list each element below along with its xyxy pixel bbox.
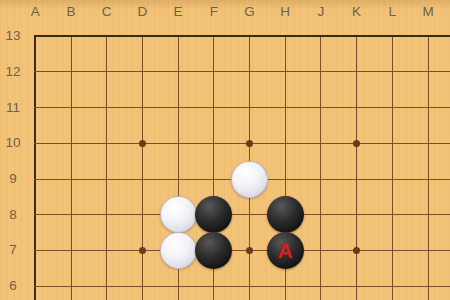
- column-label-M: M: [415, 3, 441, 21]
- column-label-D: D: [129, 3, 155, 21]
- stone-black-F8[interactable]: [195, 196, 232, 233]
- grid-line-col-A: [34, 35, 36, 300]
- column-label-J: J: [308, 3, 334, 21]
- grid-line-row-10: [34, 143, 450, 144]
- row-label-8: 8: [0, 206, 26, 224]
- row-label-7: 7: [0, 241, 26, 259]
- star-point-D10: [139, 140, 146, 147]
- column-label-G: G: [237, 3, 263, 21]
- star-point-G7: [246, 247, 253, 254]
- stone-black-H7[interactable]: A: [267, 232, 304, 269]
- stone-white-E7[interactable]: [160, 232, 197, 269]
- grid-line-col-C: [106, 35, 107, 300]
- column-label-B: B: [58, 3, 84, 21]
- column-label-H: H: [272, 3, 298, 21]
- grid-line-col-L: [392, 35, 393, 300]
- grid-line-col-J: [320, 35, 321, 300]
- grid-line-row-8: [34, 214, 450, 215]
- grid-line-row-12: [34, 71, 450, 72]
- column-label-C: C: [94, 3, 120, 21]
- stone-white-G9[interactable]: [231, 161, 268, 198]
- grid-line-row-11: [34, 107, 450, 108]
- grid-line-col-B: [71, 35, 72, 300]
- go-board: ABCDEFGHJKLM131211109876 A: [0, 0, 450, 300]
- column-label-A: A: [22, 3, 48, 21]
- row-label-10: 10: [0, 134, 26, 152]
- grid-line-col-M: [428, 35, 429, 300]
- row-label-12: 12: [0, 63, 26, 81]
- grid-line-col-D: [142, 35, 143, 300]
- column-label-L: L: [379, 3, 405, 21]
- row-label-9: 9: [0, 170, 26, 188]
- stone-black-F7[interactable]: [195, 232, 232, 269]
- star-point-D7: [139, 247, 146, 254]
- grid-line-col-K: [356, 35, 357, 300]
- grid-line-row-13: [34, 35, 450, 37]
- row-label-13: 13: [0, 27, 26, 45]
- row-label-11: 11: [0, 99, 26, 117]
- star-point-K7: [353, 247, 360, 254]
- marker-A-label: A: [278, 240, 293, 261]
- grid-line-row-7: [34, 250, 450, 251]
- column-label-F: F: [201, 3, 227, 21]
- star-point-G10: [246, 140, 253, 147]
- stone-white-E8[interactable]: [160, 196, 197, 233]
- column-label-E: E: [165, 3, 191, 21]
- stone-black-H8[interactable]: [267, 196, 304, 233]
- row-label-6: 6: [0, 277, 26, 295]
- column-label-K: K: [344, 3, 370, 21]
- grid-line-row-6: [34, 286, 450, 287]
- star-point-K10: [353, 140, 360, 147]
